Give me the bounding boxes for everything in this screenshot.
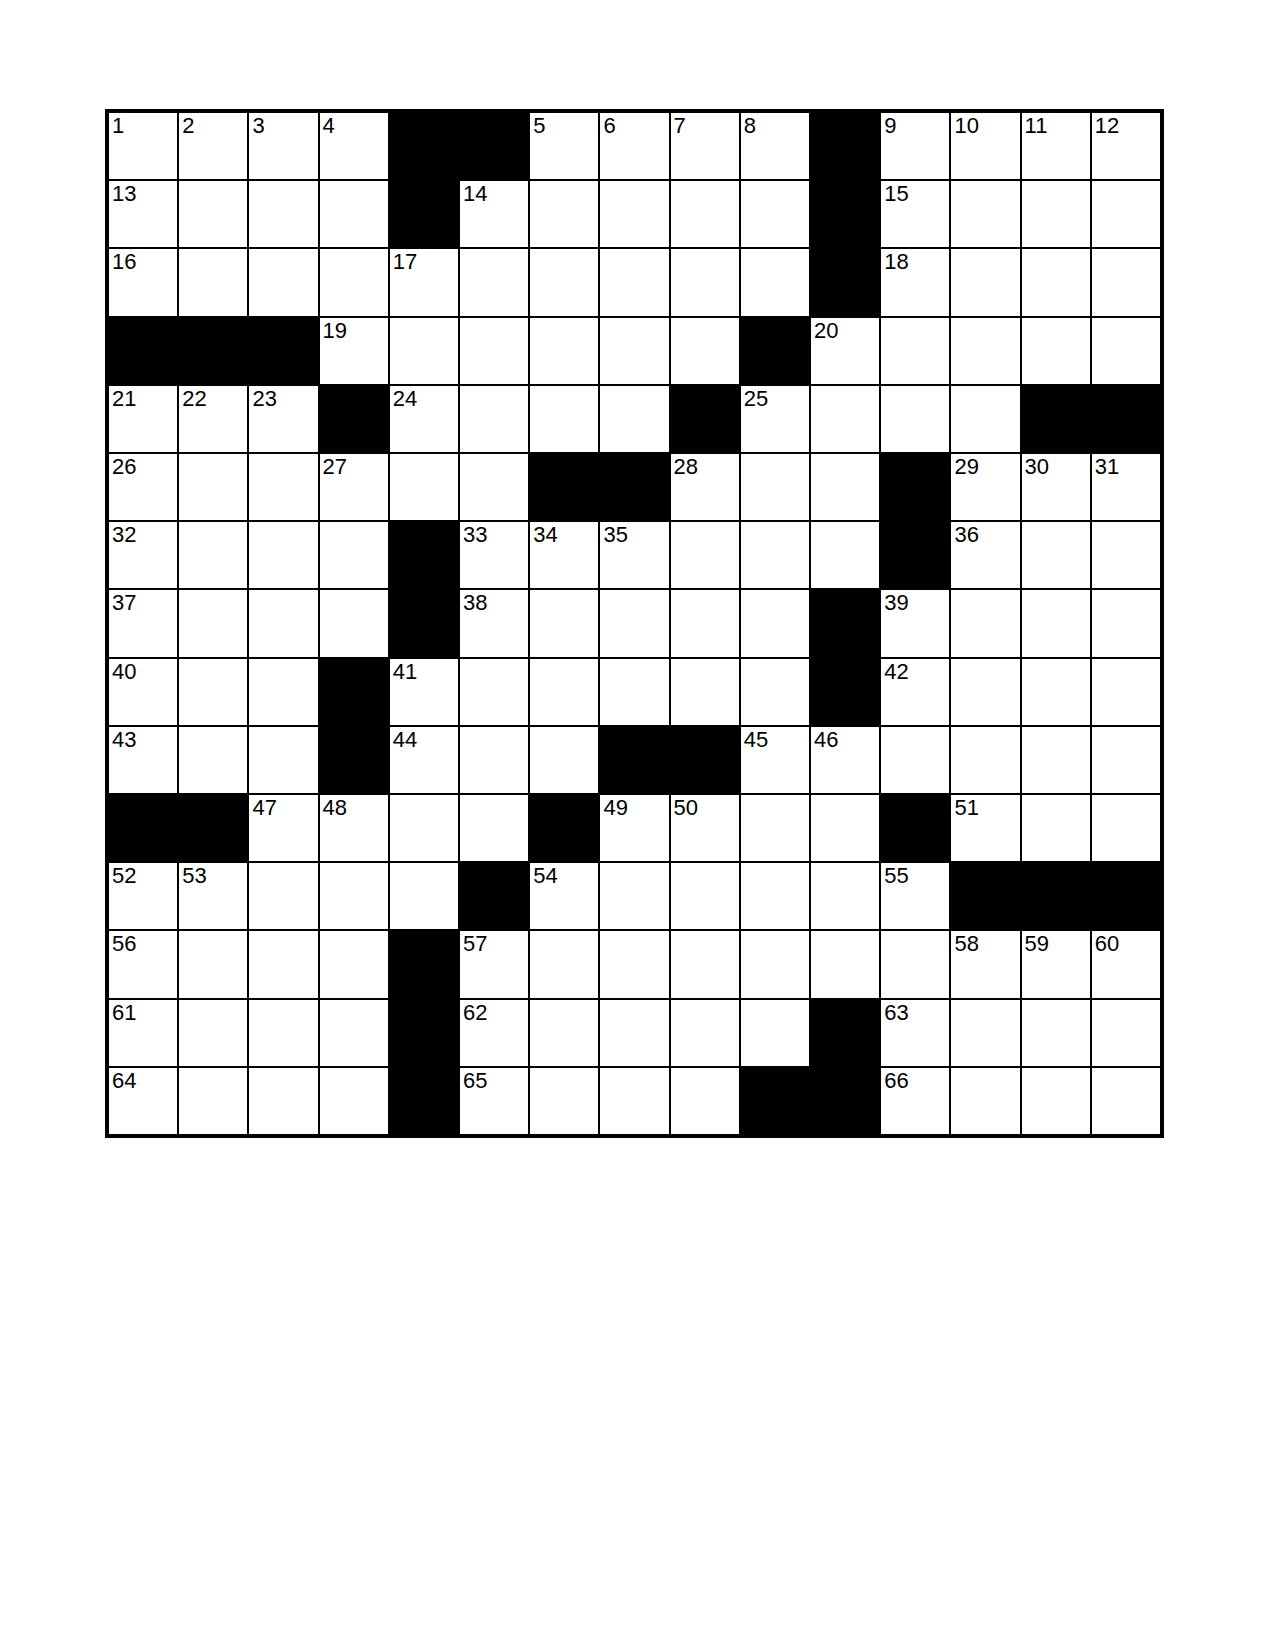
black-square-r4c3 bbox=[248, 317, 318, 385]
black-square-r9c11 bbox=[810, 658, 880, 726]
cell-r15c13[interactable] bbox=[950, 1067, 1020, 1135]
cell-r6c11[interactable] bbox=[810, 453, 880, 521]
black-square-r4c2 bbox=[178, 317, 248, 385]
clue-number: 30 bbox=[1025, 455, 1049, 479]
cell-r1c15[interactable]: 12 bbox=[1091, 112, 1161, 180]
cell-r12c5[interactable] bbox=[389, 862, 459, 930]
cell-r12c4[interactable] bbox=[319, 862, 389, 930]
cell-r8c6[interactable]: 38 bbox=[459, 589, 529, 657]
cell-r6c6[interactable] bbox=[459, 453, 529, 521]
cell-r2c15[interactable] bbox=[1091, 180, 1161, 248]
black-square-r1c5 bbox=[389, 112, 459, 180]
black-square-r12c6 bbox=[459, 862, 529, 930]
clue-number: 49 bbox=[603, 796, 627, 820]
cell-r15c7[interactable] bbox=[529, 1067, 599, 1135]
clue-number: 43 bbox=[112, 728, 136, 752]
cell-r7c4[interactable] bbox=[319, 521, 389, 589]
clue-number: 60 bbox=[1095, 932, 1119, 956]
black-square-r2c11 bbox=[810, 180, 880, 248]
clue-number: 46 bbox=[814, 728, 838, 752]
cell-r10c14[interactable] bbox=[1021, 726, 1091, 794]
cell-r11c14[interactable] bbox=[1021, 794, 1091, 862]
cell-r1c10[interactable]: 8 bbox=[740, 112, 810, 180]
cell-r6c13[interactable]: 29 bbox=[950, 453, 1020, 521]
black-square-r6c12 bbox=[880, 453, 950, 521]
clue-number: 42 bbox=[884, 660, 908, 684]
clue-number: 38 bbox=[463, 591, 487, 615]
black-square-r10c8 bbox=[599, 726, 669, 794]
cell-r8c12[interactable]: 39 bbox=[880, 589, 950, 657]
cell-r2c10[interactable] bbox=[740, 180, 810, 248]
black-square-r5c9 bbox=[670, 385, 740, 453]
cell-r3c6[interactable] bbox=[459, 248, 529, 316]
cell-r11c4[interactable]: 48 bbox=[319, 794, 389, 862]
cell-r13c9[interactable] bbox=[670, 930, 740, 998]
cell-r6c3[interactable] bbox=[248, 453, 318, 521]
cell-r10c15[interactable] bbox=[1091, 726, 1161, 794]
cell-r1c2[interactable]: 2 bbox=[178, 112, 248, 180]
cell-r15c4[interactable] bbox=[319, 1067, 389, 1135]
clue-number: 54 bbox=[533, 864, 557, 888]
cell-r3c5[interactable]: 17 bbox=[389, 248, 459, 316]
black-square-r10c4 bbox=[319, 726, 389, 794]
black-square-r6c7 bbox=[529, 453, 599, 521]
clue-number: 41 bbox=[393, 660, 417, 684]
cell-r9c3[interactable] bbox=[248, 658, 318, 726]
cell-r13c4[interactable] bbox=[319, 930, 389, 998]
black-square-r12c15 bbox=[1091, 862, 1161, 930]
cell-r15c8[interactable] bbox=[599, 1067, 669, 1135]
clue-number: 8 bbox=[744, 114, 756, 138]
cell-r5c13[interactable] bbox=[950, 385, 1020, 453]
clue-number: 45 bbox=[744, 728, 768, 752]
cell-r10c12[interactable] bbox=[880, 726, 950, 794]
cell-r5c8[interactable] bbox=[599, 385, 669, 453]
cell-r14c2[interactable] bbox=[178, 999, 248, 1067]
black-square-r9c4 bbox=[319, 658, 389, 726]
cell-r4c15[interactable] bbox=[1091, 317, 1161, 385]
cell-r6c4[interactable]: 27 bbox=[319, 453, 389, 521]
clue-number: 25 bbox=[744, 387, 768, 411]
cell-r15c9[interactable] bbox=[670, 1067, 740, 1135]
cell-r12c9[interactable] bbox=[670, 862, 740, 930]
clue-number: 3 bbox=[252, 114, 264, 138]
cell-r5c11[interactable] bbox=[810, 385, 880, 453]
cell-r6c5[interactable] bbox=[389, 453, 459, 521]
cell-r3c15[interactable] bbox=[1091, 248, 1161, 316]
cell-r6c10[interactable] bbox=[740, 453, 810, 521]
cell-r3c14[interactable] bbox=[1021, 248, 1091, 316]
cell-r8c13[interactable] bbox=[950, 589, 1020, 657]
cell-r6c14[interactable]: 30 bbox=[1021, 453, 1091, 521]
cell-r1c13[interactable]: 10 bbox=[950, 112, 1020, 180]
clue-number: 15 bbox=[884, 182, 908, 206]
cell-r2c1[interactable]: 13 bbox=[108, 180, 178, 248]
clue-number: 37 bbox=[112, 591, 136, 615]
cell-r15c12[interactable]: 66 bbox=[880, 1067, 950, 1135]
cell-r9c13[interactable] bbox=[950, 658, 1020, 726]
cell-r8c3[interactable] bbox=[248, 589, 318, 657]
cell-r14c7[interactable] bbox=[529, 999, 599, 1067]
cell-r14c6[interactable]: 62 bbox=[459, 999, 529, 1067]
cell-r8c8[interactable] bbox=[599, 589, 669, 657]
clue-number: 50 bbox=[674, 796, 698, 820]
clue-number: 24 bbox=[393, 387, 417, 411]
cell-r9c9[interactable] bbox=[670, 658, 740, 726]
crossword-grid: 1234567891011121314151617181920212223242… bbox=[105, 109, 1164, 1138]
clue-number: 13 bbox=[112, 182, 136, 206]
cell-r11c6[interactable] bbox=[459, 794, 529, 862]
clue-number: 16 bbox=[112, 250, 136, 274]
clue-number: 5 bbox=[533, 114, 545, 138]
cell-r11c8[interactable]: 49 bbox=[599, 794, 669, 862]
clue-number: 57 bbox=[463, 932, 487, 956]
clue-number: 34 bbox=[533, 523, 557, 547]
clue-number: 47 bbox=[252, 796, 276, 820]
cell-r9c8[interactable] bbox=[599, 658, 669, 726]
clue-number: 22 bbox=[182, 387, 206, 411]
clue-number: 44 bbox=[393, 728, 417, 752]
clue-number: 26 bbox=[112, 455, 136, 479]
cell-r10c6[interactable] bbox=[459, 726, 529, 794]
cell-r13c3[interactable] bbox=[248, 930, 318, 998]
cell-r15c15[interactable] bbox=[1091, 1067, 1161, 1135]
black-square-r14c5 bbox=[389, 999, 459, 1067]
black-square-r15c10 bbox=[740, 1067, 810, 1135]
cell-r11c13[interactable]: 51 bbox=[950, 794, 1020, 862]
clue-number: 66 bbox=[884, 1069, 908, 1093]
cell-r1c8[interactable]: 6 bbox=[599, 112, 669, 180]
cell-r13c11[interactable] bbox=[810, 930, 880, 998]
cell-r9c7[interactable] bbox=[529, 658, 599, 726]
cell-r7c9[interactable] bbox=[670, 521, 740, 589]
black-square-r1c11 bbox=[810, 112, 880, 180]
cell-r11c3[interactable]: 47 bbox=[248, 794, 318, 862]
cell-r8c1[interactable]: 37 bbox=[108, 589, 178, 657]
cell-r4c6[interactable] bbox=[459, 317, 529, 385]
clue-number: 65 bbox=[463, 1069, 487, 1093]
cell-r7c14[interactable] bbox=[1021, 521, 1091, 589]
cell-r2c4[interactable] bbox=[319, 180, 389, 248]
clue-number: 18 bbox=[884, 250, 908, 274]
clue-number: 52 bbox=[112, 864, 136, 888]
clue-number: 63 bbox=[884, 1001, 908, 1025]
cell-r13c1[interactable]: 56 bbox=[108, 930, 178, 998]
clue-number: 7 bbox=[674, 114, 686, 138]
cell-r12c8[interactable] bbox=[599, 862, 669, 930]
cell-r9c10[interactable] bbox=[740, 658, 810, 726]
cell-r14c10[interactable] bbox=[740, 999, 810, 1067]
cell-r10c5[interactable]: 44 bbox=[389, 726, 459, 794]
clue-number: 55 bbox=[884, 864, 908, 888]
black-square-r6c8 bbox=[599, 453, 669, 521]
cell-r9c12[interactable]: 42 bbox=[880, 658, 950, 726]
cell-r2c3[interactable] bbox=[248, 180, 318, 248]
cell-r11c9[interactable]: 50 bbox=[670, 794, 740, 862]
cell-r8c10[interactable] bbox=[740, 589, 810, 657]
cell-r7c3[interactable] bbox=[248, 521, 318, 589]
cell-r12c3[interactable] bbox=[248, 862, 318, 930]
cell-r6c2[interactable] bbox=[178, 453, 248, 521]
clue-number: 58 bbox=[954, 932, 978, 956]
cell-r9c14[interactable] bbox=[1021, 658, 1091, 726]
cell-r15c6[interactable]: 65 bbox=[459, 1067, 529, 1135]
cell-r7c1[interactable]: 32 bbox=[108, 521, 178, 589]
clue-number: 32 bbox=[112, 523, 136, 547]
black-square-r11c1 bbox=[108, 794, 178, 862]
cell-r1c1[interactable]: 1 bbox=[108, 112, 178, 180]
cell-r9c6[interactable] bbox=[459, 658, 529, 726]
cell-r11c15[interactable] bbox=[1091, 794, 1161, 862]
clue-number: 33 bbox=[463, 523, 487, 547]
clue-number: 61 bbox=[112, 1001, 136, 1025]
cell-r13c7[interactable] bbox=[529, 930, 599, 998]
cell-r13c15[interactable]: 60 bbox=[1091, 930, 1161, 998]
black-square-r8c5 bbox=[389, 589, 459, 657]
cell-r4c13[interactable] bbox=[950, 317, 1020, 385]
cell-r13c12[interactable] bbox=[880, 930, 950, 998]
cell-r7c8[interactable]: 35 bbox=[599, 521, 669, 589]
cell-r3c2[interactable] bbox=[178, 248, 248, 316]
clue-number: 27 bbox=[323, 455, 347, 479]
cell-r3c9[interactable] bbox=[670, 248, 740, 316]
cell-r12c7[interactable]: 54 bbox=[529, 862, 599, 930]
cell-r11c11[interactable] bbox=[810, 794, 880, 862]
cell-r1c4[interactable]: 4 bbox=[319, 112, 389, 180]
black-square-r11c7 bbox=[529, 794, 599, 862]
cell-r2c12[interactable]: 15 bbox=[880, 180, 950, 248]
cell-r6c9[interactable]: 28 bbox=[670, 453, 740, 521]
cell-r5c7[interactable] bbox=[529, 385, 599, 453]
cell-r4c7[interactable] bbox=[529, 317, 599, 385]
cell-r10c11[interactable]: 46 bbox=[810, 726, 880, 794]
cell-r15c3[interactable] bbox=[248, 1067, 318, 1135]
clue-number: 21 bbox=[112, 387, 136, 411]
cell-r7c15[interactable] bbox=[1091, 521, 1161, 589]
cell-r5c1[interactable]: 21 bbox=[108, 385, 178, 453]
black-square-r15c5 bbox=[389, 1067, 459, 1135]
cell-r7c7[interactable]: 34 bbox=[529, 521, 599, 589]
black-square-r7c12 bbox=[880, 521, 950, 589]
clue-number: 64 bbox=[112, 1069, 136, 1093]
cell-r13c2[interactable] bbox=[178, 930, 248, 998]
cell-r13c8[interactable] bbox=[599, 930, 669, 998]
cell-r1c14[interactable]: 11 bbox=[1021, 112, 1091, 180]
cell-r5c6[interactable] bbox=[459, 385, 529, 453]
black-square-r5c14 bbox=[1021, 385, 1091, 453]
black-square-r13c5 bbox=[389, 930, 459, 998]
cell-r12c2[interactable]: 53 bbox=[178, 862, 248, 930]
cell-r3c13[interactable] bbox=[950, 248, 1020, 316]
cell-r10c3[interactable] bbox=[248, 726, 318, 794]
cell-r14c1[interactable]: 61 bbox=[108, 999, 178, 1067]
clue-number: 19 bbox=[323, 319, 347, 343]
clue-number: 23 bbox=[252, 387, 276, 411]
cell-r2c13[interactable] bbox=[950, 180, 1020, 248]
cell-r14c8[interactable] bbox=[599, 999, 669, 1067]
cell-r11c10[interactable] bbox=[740, 794, 810, 862]
cell-r5c5[interactable]: 24 bbox=[389, 385, 459, 453]
cell-r1c3[interactable]: 3 bbox=[248, 112, 318, 180]
cell-r3c12[interactable]: 18 bbox=[880, 248, 950, 316]
black-square-r4c1 bbox=[108, 317, 178, 385]
cell-r6c15[interactable]: 31 bbox=[1091, 453, 1161, 521]
clue-number: 29 bbox=[954, 455, 978, 479]
cell-r7c2[interactable] bbox=[178, 521, 248, 589]
black-square-r11c12 bbox=[880, 794, 950, 862]
cell-r2c2[interactable] bbox=[178, 180, 248, 248]
clue-number: 35 bbox=[603, 523, 627, 547]
cell-r7c11[interactable] bbox=[810, 521, 880, 589]
black-square-r5c4 bbox=[319, 385, 389, 453]
black-square-r3c11 bbox=[810, 248, 880, 316]
cell-r14c12[interactable]: 63 bbox=[880, 999, 950, 1067]
clue-number: 9 bbox=[884, 114, 896, 138]
cell-r2c14[interactable] bbox=[1021, 180, 1091, 248]
cell-r11c5[interactable] bbox=[389, 794, 459, 862]
cell-r8c4[interactable] bbox=[319, 589, 389, 657]
cell-r14c9[interactable] bbox=[670, 999, 740, 1067]
clue-number: 48 bbox=[323, 796, 347, 820]
cell-r3c10[interactable] bbox=[740, 248, 810, 316]
clue-number: 2 bbox=[182, 114, 194, 138]
clue-number: 28 bbox=[674, 455, 698, 479]
black-square-r12c13 bbox=[950, 862, 1020, 930]
cell-r4c9[interactable] bbox=[670, 317, 740, 385]
clue-number: 6 bbox=[603, 114, 615, 138]
cell-r1c7[interactable]: 5 bbox=[529, 112, 599, 180]
cell-r10c7[interactable] bbox=[529, 726, 599, 794]
cell-r14c4[interactable] bbox=[319, 999, 389, 1067]
cell-r2c7[interactable] bbox=[529, 180, 599, 248]
black-square-r15c11 bbox=[810, 1067, 880, 1135]
cell-r13c14[interactable]: 59 bbox=[1021, 930, 1091, 998]
cell-r15c1[interactable]: 64 bbox=[108, 1067, 178, 1135]
cell-r14c3[interactable] bbox=[248, 999, 318, 1067]
cell-r13c6[interactable]: 57 bbox=[459, 930, 529, 998]
cell-r4c12[interactable] bbox=[880, 317, 950, 385]
cell-r5c10[interactable]: 25 bbox=[740, 385, 810, 453]
black-square-r5c15 bbox=[1091, 385, 1161, 453]
cell-r9c1[interactable]: 40 bbox=[108, 658, 178, 726]
cell-r12c12[interactable]: 55 bbox=[880, 862, 950, 930]
black-square-r1c6 bbox=[459, 112, 529, 180]
clue-number: 62 bbox=[463, 1001, 487, 1025]
clue-number: 36 bbox=[954, 523, 978, 547]
cell-r7c6[interactable]: 33 bbox=[459, 521, 529, 589]
clue-number: 10 bbox=[954, 114, 978, 138]
black-square-r10c9 bbox=[670, 726, 740, 794]
cell-r4c5[interactable] bbox=[389, 317, 459, 385]
black-square-r7c5 bbox=[389, 521, 459, 589]
cell-r8c15[interactable] bbox=[1091, 589, 1161, 657]
cell-r2c8[interactable] bbox=[599, 180, 669, 248]
clue-number: 4 bbox=[323, 114, 335, 138]
cell-r5c12[interactable] bbox=[880, 385, 950, 453]
clue-number: 20 bbox=[814, 319, 838, 343]
cell-r8c14[interactable] bbox=[1021, 589, 1091, 657]
black-square-r4c10 bbox=[740, 317, 810, 385]
clue-number: 12 bbox=[1095, 114, 1119, 138]
cell-r8c9[interactable] bbox=[670, 589, 740, 657]
cell-r3c1[interactable]: 16 bbox=[108, 248, 178, 316]
black-square-r14c11 bbox=[810, 999, 880, 1067]
cell-r7c10[interactable] bbox=[740, 521, 810, 589]
cell-r9c15[interactable] bbox=[1091, 658, 1161, 726]
cell-r12c1[interactable]: 52 bbox=[108, 862, 178, 930]
clue-number: 51 bbox=[954, 796, 978, 820]
cell-r13c13[interactable]: 58 bbox=[950, 930, 1020, 998]
clue-number: 17 bbox=[393, 250, 417, 274]
clue-number: 40 bbox=[112, 660, 136, 684]
clue-number: 56 bbox=[112, 932, 136, 956]
cell-r10c1[interactable]: 43 bbox=[108, 726, 178, 794]
cell-r5c3[interactable]: 23 bbox=[248, 385, 318, 453]
cell-r4c14[interactable] bbox=[1021, 317, 1091, 385]
cell-r8c7[interactable] bbox=[529, 589, 599, 657]
clue-number: 39 bbox=[884, 591, 908, 615]
cell-r2c6[interactable]: 14 bbox=[459, 180, 529, 248]
clue-number: 11 bbox=[1025, 114, 1048, 138]
cell-r2c9[interactable] bbox=[670, 180, 740, 248]
cell-r1c9[interactable]: 7 bbox=[670, 112, 740, 180]
black-square-r2c5 bbox=[389, 180, 459, 248]
cell-r15c2[interactable] bbox=[178, 1067, 248, 1135]
cell-r4c8[interactable] bbox=[599, 317, 669, 385]
cell-r3c8[interactable] bbox=[599, 248, 669, 316]
cell-r12c11[interactable] bbox=[810, 862, 880, 930]
cell-r14c13[interactable] bbox=[950, 999, 1020, 1067]
cell-r8c2[interactable] bbox=[178, 589, 248, 657]
cell-r4c11[interactable]: 20 bbox=[810, 317, 880, 385]
clue-number: 14 bbox=[463, 182, 487, 206]
black-square-r8c11 bbox=[810, 589, 880, 657]
cell-r10c10[interactable]: 45 bbox=[740, 726, 810, 794]
black-square-r11c2 bbox=[178, 794, 248, 862]
cell-r5c2[interactable]: 22 bbox=[178, 385, 248, 453]
clue-number: 1 bbox=[112, 114, 124, 138]
cell-r3c4[interactable] bbox=[319, 248, 389, 316]
cell-r10c2[interactable] bbox=[178, 726, 248, 794]
cell-r3c7[interactable] bbox=[529, 248, 599, 316]
cell-r7c13[interactable]: 36 bbox=[950, 521, 1020, 589]
cell-r12c10[interactable] bbox=[740, 862, 810, 930]
cell-r9c2[interactable] bbox=[178, 658, 248, 726]
cell-r9c5[interactable]: 41 bbox=[389, 658, 459, 726]
cell-r14c15[interactable] bbox=[1091, 999, 1161, 1067]
cell-r4c4[interactable]: 19 bbox=[319, 317, 389, 385]
cell-r10c13[interactable] bbox=[950, 726, 1020, 794]
cell-r15c14[interactable] bbox=[1021, 1067, 1091, 1135]
cell-r13c10[interactable] bbox=[740, 930, 810, 998]
cell-r6c1[interactable]: 26 bbox=[108, 453, 178, 521]
clue-number: 31 bbox=[1095, 455, 1119, 479]
cell-r1c12[interactable]: 9 bbox=[880, 112, 950, 180]
black-square-r12c14 bbox=[1021, 862, 1091, 930]
clue-number: 53 bbox=[182, 864, 206, 888]
cell-r3c3[interactable] bbox=[248, 248, 318, 316]
clue-number: 59 bbox=[1025, 932, 1049, 956]
cell-r14c14[interactable] bbox=[1021, 999, 1091, 1067]
